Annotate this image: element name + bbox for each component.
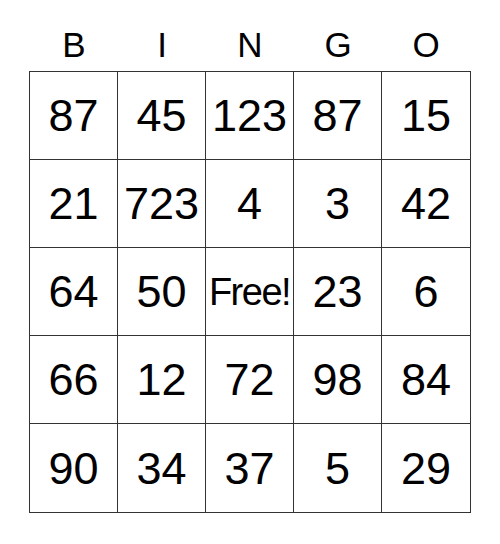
bingo-cell-I-r4[interactable]: 12 — [118, 336, 206, 424]
header-letter-o: O — [382, 27, 470, 62]
bingo-cell-B-r3[interactable]: 64 — [30, 248, 118, 336]
bingo-cell-G-r5[interactable]: 5 — [294, 424, 382, 512]
bingo-cell-I-r5[interactable]: 34 — [118, 424, 206, 512]
bingo-cell-I-r2[interactable]: 723 — [118, 160, 206, 248]
bingo-cell-N-r1[interactable]: 123 — [206, 72, 294, 160]
header-letter-b: B — [30, 27, 118, 62]
bingo-cell-B-r1[interactable]: 87 — [30, 72, 118, 160]
bingo-cell-B-r2[interactable]: 21 — [30, 160, 118, 248]
bingo-cell-B-r4[interactable]: 66 — [30, 336, 118, 424]
bingo-cell-free[interactable]: Free! — [206, 248, 294, 336]
bingo-cell-I-r3[interactable]: 50 — [118, 248, 206, 336]
bingo-card: B I N G O 874512387152172343426450Free!2… — [0, 0, 500, 544]
bingo-cell-G-r2[interactable]: 3 — [294, 160, 382, 248]
bingo-cell-O-r4[interactable]: 84 — [382, 336, 470, 424]
bingo-cell-O-r5[interactable]: 29 — [382, 424, 470, 512]
header-letter-g: G — [294, 27, 382, 62]
bingo-cell-N-r2[interactable]: 4 — [206, 160, 294, 248]
bingo-cell-G-r4[interactable]: 98 — [294, 336, 382, 424]
bingo-cell-B-r5[interactable]: 90 — [30, 424, 118, 512]
header-letter-i: I — [118, 27, 206, 62]
bingo-cell-G-r1[interactable]: 87 — [294, 72, 382, 160]
bingo-cell-N-r5[interactable]: 37 — [206, 424, 294, 512]
bingo-cell-O-r1[interactable]: 15 — [382, 72, 470, 160]
bingo-header: B I N G O — [30, 0, 470, 72]
bingo-cell-G-r3[interactable]: 23 — [294, 248, 382, 336]
bingo-cell-O-r2[interactable]: 42 — [382, 160, 470, 248]
bingo-board: 874512387152172343426450Free!23666127298… — [29, 71, 471, 513]
bingo-cell-O-r3[interactable]: 6 — [382, 248, 470, 336]
header-letter-n: N — [206, 27, 294, 62]
bingo-cell-N-r4[interactable]: 72 — [206, 336, 294, 424]
bingo-cell-I-r1[interactable]: 45 — [118, 72, 206, 160]
